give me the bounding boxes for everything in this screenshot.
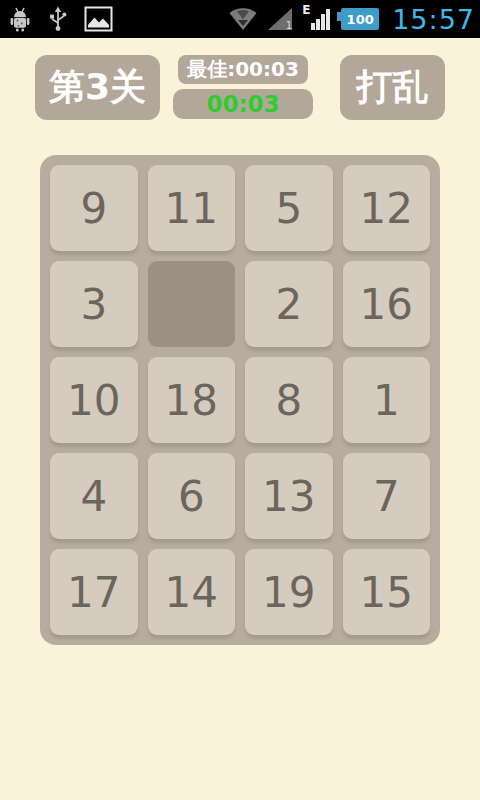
best-time-label: 最佳:00:03 bbox=[178, 55, 308, 84]
shuffle-button[interactable]: 打乱 bbox=[340, 55, 445, 120]
tile-2[interactable]: 2 bbox=[245, 261, 333, 347]
usb-icon bbox=[48, 6, 68, 32]
battery-icon: 100 bbox=[341, 8, 379, 30]
status-clock: 15:57 bbox=[392, 4, 475, 35]
signal-level-label: 1 bbox=[286, 21, 292, 31]
signal-triangle-icon: 1 bbox=[267, 7, 293, 31]
tile-18[interactable]: 18 bbox=[148, 357, 236, 443]
wifi-icon bbox=[228, 6, 258, 32]
tile-11[interactable]: 11 bbox=[148, 165, 236, 251]
edge-signal-bars-icon: E bbox=[302, 6, 332, 32]
battery-percent: 100 bbox=[347, 12, 374, 27]
status-bar: 1 E 100 15:57 bbox=[0, 0, 480, 38]
current-timer: 00:03 bbox=[173, 89, 313, 119]
tile-14[interactable]: 14 bbox=[148, 549, 236, 635]
status-bar-left bbox=[8, 6, 113, 32]
tile-16[interactable]: 16 bbox=[343, 261, 431, 347]
puzzle-board: 9 11 5 12 3 2 16 10 18 8 1 4 6 13 7 17 1… bbox=[40, 155, 440, 645]
tile-13[interactable]: 13 bbox=[245, 453, 333, 539]
tile-12[interactable]: 12 bbox=[343, 165, 431, 251]
tile-19[interactable]: 19 bbox=[245, 549, 333, 635]
level-button[interactable]: 第3关 bbox=[35, 55, 160, 120]
tile-1[interactable]: 1 bbox=[343, 357, 431, 443]
network-type-label: E bbox=[302, 4, 310, 16]
tile-8[interactable]: 8 bbox=[245, 357, 333, 443]
empty-cell bbox=[148, 261, 236, 347]
status-bar-right: 1 E 100 15:57 bbox=[228, 4, 475, 35]
tile-3[interactable]: 3 bbox=[50, 261, 138, 347]
battery-cap bbox=[337, 12, 341, 21]
tile-10[interactable]: 10 bbox=[50, 357, 138, 443]
tile-9[interactable]: 9 bbox=[50, 165, 138, 251]
android-debug-icon bbox=[8, 6, 32, 32]
tile-17[interactable]: 17 bbox=[50, 549, 138, 635]
tile-4[interactable]: 4 bbox=[50, 453, 138, 539]
tile-15[interactable]: 15 bbox=[343, 549, 431, 635]
tile-5[interactable]: 5 bbox=[245, 165, 333, 251]
gallery-icon bbox=[84, 6, 113, 32]
tile-7[interactable]: 7 bbox=[343, 453, 431, 539]
tile-6[interactable]: 6 bbox=[148, 453, 236, 539]
